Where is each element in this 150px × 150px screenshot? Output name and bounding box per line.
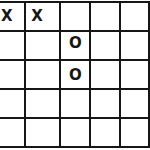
screen: XXOO xyxy=(0,0,150,150)
cell-r0c0[interactable]: X xyxy=(0,3,26,32)
cell-r0c3[interactable] xyxy=(91,3,121,32)
cell-r1c2[interactable]: O xyxy=(61,32,91,61)
cell-r0c1[interactable]: X xyxy=(26,3,61,32)
o-mark: O xyxy=(69,36,82,51)
cell-r1c4[interactable] xyxy=(121,32,150,61)
cell-r2c0[interactable] xyxy=(0,61,26,90)
cell-r3c3[interactable] xyxy=(91,90,121,119)
x-mark: X xyxy=(1,9,13,24)
cell-r1c0[interactable] xyxy=(0,32,26,61)
o-mark: O xyxy=(69,68,82,83)
cell-r0c2[interactable] xyxy=(61,3,91,32)
cell-r3c2[interactable] xyxy=(61,90,91,119)
cell-r2c2[interactable]: O xyxy=(61,61,91,90)
cell-r2c1[interactable] xyxy=(26,61,61,90)
cell-r4c4[interactable] xyxy=(121,119,150,148)
cell-r0c4[interactable] xyxy=(121,3,150,32)
cell-r4c2[interactable] xyxy=(61,119,91,148)
cell-r4c3[interactable] xyxy=(91,119,121,148)
cell-r1c3[interactable] xyxy=(91,32,121,61)
cell-r3c0[interactable] xyxy=(0,90,26,119)
cell-r2c3[interactable] xyxy=(91,61,121,90)
cell-r4c1[interactable] xyxy=(26,119,61,148)
cell-r3c4[interactable] xyxy=(121,90,150,119)
x-mark: X xyxy=(31,9,43,24)
cell-r3c1[interactable] xyxy=(26,90,61,119)
cell-r1c1[interactable] xyxy=(26,32,61,61)
cell-r4c0[interactable] xyxy=(0,119,26,148)
cell-r2c4[interactable] xyxy=(121,61,150,90)
board: XXOO xyxy=(0,1,150,150)
